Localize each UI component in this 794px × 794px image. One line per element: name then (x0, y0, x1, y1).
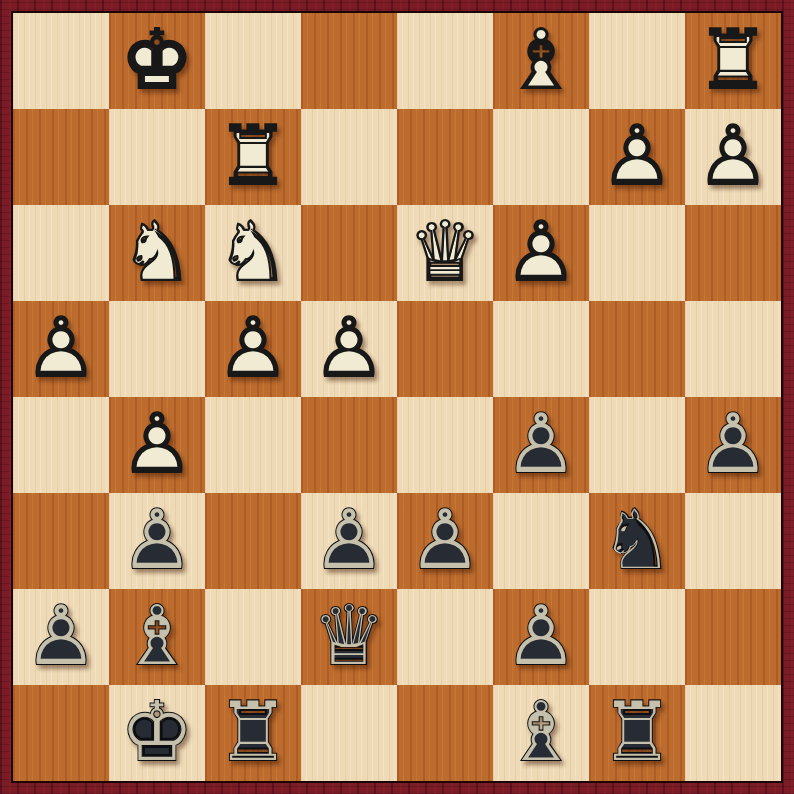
knight-glyph-detail: ♘ (205, 205, 301, 301)
pawn-glyph-detail: ♙ (109, 397, 205, 493)
king-glyph-detail: ♔ (109, 13, 205, 109)
piece-black-pawn[interactable]: ♟♙ (109, 493, 205, 589)
square-a2[interactable]: ♟♙ (685, 109, 781, 205)
pawn-glyph-detail: ♙ (205, 301, 301, 397)
piece-white-rook[interactable]: ♜♖ (205, 109, 301, 205)
square-a6[interactable] (685, 493, 781, 589)
square-e7[interactable]: ♛♕ (301, 589, 397, 685)
knight-glyph-detail: ♘ (589, 493, 685, 589)
piece-white-rook[interactable]: ♜♖ (685, 13, 781, 109)
square-c4[interactable] (493, 301, 589, 397)
square-d7[interactable] (397, 589, 493, 685)
square-b1[interactable] (589, 13, 685, 109)
square-f6[interactable] (205, 493, 301, 589)
rook-glyph-detail: ♖ (685, 13, 781, 109)
piece-white-pawn[interactable]: ♟♙ (685, 109, 781, 205)
square-e6[interactable]: ♟♙ (301, 493, 397, 589)
square-f7[interactable] (205, 589, 301, 685)
pawn-glyph-detail: ♙ (493, 589, 589, 685)
square-e4[interactable]: ♟♙ (301, 301, 397, 397)
piece-white-king[interactable]: ♚♔ (109, 13, 205, 109)
square-d6[interactable]: ♟♙ (397, 493, 493, 589)
piece-black-queen[interactable]: ♛♕ (301, 589, 397, 685)
square-b7[interactable] (589, 589, 685, 685)
square-g2[interactable] (109, 109, 205, 205)
pawn-glyph-detail: ♙ (13, 589, 109, 685)
square-c3[interactable]: ♟♙ (493, 205, 589, 301)
square-b4[interactable] (589, 301, 685, 397)
piece-black-rook[interactable]: ♜♖ (589, 685, 685, 781)
square-f4[interactable]: ♟♙ (205, 301, 301, 397)
pawn-glyph-detail: ♙ (301, 301, 397, 397)
piece-black-pawn[interactable]: ♟♙ (493, 397, 589, 493)
piece-white-knight[interactable]: ♞♘ (109, 205, 205, 301)
square-h2[interactable] (13, 109, 109, 205)
bishop-glyph-detail: ♗ (493, 685, 589, 781)
square-a5[interactable]: ♟♙ (685, 397, 781, 493)
piece-black-pawn[interactable]: ♟♙ (685, 397, 781, 493)
pawn-glyph-detail: ♙ (397, 493, 493, 589)
pawn-glyph-detail: ♙ (109, 493, 205, 589)
square-d3[interactable]: ♛♕ (397, 205, 493, 301)
piece-black-bishop[interactable]: ♝♗ (109, 589, 205, 685)
square-c7[interactable]: ♟♙ (493, 589, 589, 685)
piece-white-bishop[interactable]: ♝♗ (493, 13, 589, 109)
square-h5[interactable] (13, 397, 109, 493)
square-g6[interactable]: ♟♙ (109, 493, 205, 589)
square-f8[interactable]: ♜♖ (205, 685, 301, 781)
square-g7[interactable]: ♝♗ (109, 589, 205, 685)
square-g5[interactable]: ♟♙ (109, 397, 205, 493)
square-g3[interactable]: ♞♘ (109, 205, 205, 301)
square-b5[interactable] (589, 397, 685, 493)
square-c6[interactable] (493, 493, 589, 589)
square-h4[interactable]: ♟♙ (13, 301, 109, 397)
piece-black-bishop[interactable]: ♝♗ (493, 685, 589, 781)
square-b2[interactable]: ♟♙ (589, 109, 685, 205)
pawn-glyph-detail: ♙ (493, 205, 589, 301)
square-a7[interactable] (685, 589, 781, 685)
piece-white-pawn[interactable]: ♟♙ (589, 109, 685, 205)
square-c5[interactable]: ♟♙ (493, 397, 589, 493)
square-g8[interactable]: ♚♔ (109, 685, 205, 781)
piece-black-pawn[interactable]: ♟♙ (301, 493, 397, 589)
piece-white-pawn[interactable]: ♟♙ (205, 301, 301, 397)
square-a3[interactable] (685, 205, 781, 301)
square-f5[interactable] (205, 397, 301, 493)
queen-glyph-detail: ♕ (397, 205, 493, 301)
piece-black-knight[interactable]: ♞♘ (589, 493, 685, 589)
square-d1[interactable] (397, 13, 493, 109)
square-g1[interactable]: ♚♔ (109, 13, 205, 109)
square-f3[interactable]: ♞♘ (205, 205, 301, 301)
square-e3[interactable] (301, 205, 397, 301)
square-c1[interactable]: ♝♗ (493, 13, 589, 109)
piece-white-pawn[interactable]: ♟♙ (13, 301, 109, 397)
square-b3[interactable] (589, 205, 685, 301)
piece-white-pawn[interactable]: ♟♙ (493, 205, 589, 301)
knight-glyph-detail: ♘ (109, 205, 205, 301)
square-h8[interactable] (13, 685, 109, 781)
chess-board: ♚♔♝♗♜♖♜♖♟♙♟♙♞♘♞♘♛♕♟♙♟♙♟♙♟♙♟♙♟♙♟♙♟♙♟♙♟♙♞♘… (11, 11, 783, 783)
square-e1[interactable] (301, 13, 397, 109)
rook-glyph-detail: ♖ (589, 685, 685, 781)
pawn-glyph-detail: ♙ (685, 109, 781, 205)
square-d5[interactable] (397, 397, 493, 493)
piece-white-queen[interactable]: ♛♕ (397, 205, 493, 301)
square-d2[interactable] (397, 109, 493, 205)
rook-glyph-detail: ♖ (205, 685, 301, 781)
square-a8[interactable] (685, 685, 781, 781)
piece-black-pawn[interactable]: ♟♙ (13, 589, 109, 685)
square-h7[interactable]: ♟♙ (13, 589, 109, 685)
square-f1[interactable] (205, 13, 301, 109)
piece-black-rook[interactable]: ♜♖ (205, 685, 301, 781)
square-e5[interactable] (301, 397, 397, 493)
piece-white-pawn[interactable]: ♟♙ (301, 301, 397, 397)
square-e8[interactable] (301, 685, 397, 781)
piece-white-knight[interactable]: ♞♘ (205, 205, 301, 301)
piece-black-pawn[interactable]: ♟♙ (493, 589, 589, 685)
piece-black-king[interactable]: ♚♔ (109, 685, 205, 781)
bishop-glyph-detail: ♗ (493, 13, 589, 109)
pawn-glyph-detail: ♙ (301, 493, 397, 589)
square-h3[interactable] (13, 205, 109, 301)
square-f2[interactable]: ♜♖ (205, 109, 301, 205)
piece-white-pawn[interactable]: ♟♙ (109, 397, 205, 493)
pawn-glyph-detail: ♙ (685, 397, 781, 493)
square-d4[interactable] (397, 301, 493, 397)
square-a4[interactable] (685, 301, 781, 397)
king-glyph-detail: ♔ (109, 685, 205, 781)
square-d8[interactable] (397, 685, 493, 781)
square-e2[interactable] (301, 109, 397, 205)
pawn-glyph-detail: ♙ (493, 397, 589, 493)
square-h1[interactable] (13, 13, 109, 109)
square-a1[interactable]: ♜♖ (685, 13, 781, 109)
square-c2[interactable] (493, 109, 589, 205)
pawn-glyph-detail: ♙ (589, 109, 685, 205)
piece-black-pawn[interactable]: ♟♙ (397, 493, 493, 589)
square-b8[interactable]: ♜♖ (589, 685, 685, 781)
queen-glyph-detail: ♕ (301, 589, 397, 685)
pawn-glyph-detail: ♙ (13, 301, 109, 397)
square-g4[interactable] (109, 301, 205, 397)
rook-glyph-detail: ♖ (205, 109, 301, 205)
square-h6[interactable] (13, 493, 109, 589)
board-frame: ♚♔♝♗♜♖♜♖♟♙♟♙♞♘♞♘♛♕♟♙♟♙♟♙♟♙♟♙♟♙♟♙♟♙♟♙♟♙♞♘… (0, 0, 794, 794)
square-b6[interactable]: ♞♘ (589, 493, 685, 589)
bishop-glyph-detail: ♗ (109, 589, 205, 685)
square-c8[interactable]: ♝♗ (493, 685, 589, 781)
